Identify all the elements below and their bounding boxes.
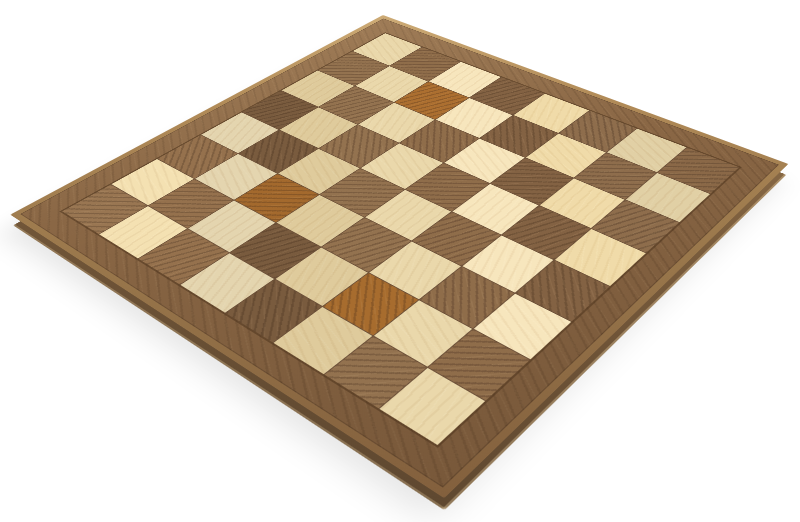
board-square-r7c6 <box>324 336 426 408</box>
board-square-r4c6 <box>462 235 553 292</box>
board-square-r6c6 <box>374 300 472 367</box>
chess-board <box>10 15 788 498</box>
board-square-r7c4 <box>225 279 321 342</box>
board-square-r4c5 <box>412 212 500 266</box>
board-square-r6c4 <box>275 247 367 306</box>
board-square-r7c5 <box>273 307 372 374</box>
board-square-r5c7 <box>474 293 572 359</box>
board-square-r7c1 <box>99 206 187 258</box>
board-square-r6c2 <box>189 201 276 253</box>
board-square-r6c3 <box>231 223 321 278</box>
product-photo-stage <box>0 0 800 522</box>
board-square-r7c2 <box>139 229 229 285</box>
board-square-r4c4 <box>365 189 451 240</box>
board-bevel <box>10 15 788 498</box>
board-square-r6c5 <box>323 273 418 335</box>
board-square-r4c7 <box>516 260 610 321</box>
board-square-r2c7 <box>592 200 679 253</box>
board-squares-grid <box>62 33 739 445</box>
board-square-r5c6 <box>420 266 515 328</box>
board-square-r5c4 <box>322 217 411 271</box>
board-square-r7c3 <box>181 253 274 312</box>
board-square-r2c6 <box>539 178 624 228</box>
board-square-r5c3 <box>277 195 364 246</box>
board-square-r7c7 <box>379 368 485 445</box>
board-square-r5c5 <box>369 241 461 299</box>
board-square-r3c7 <box>555 229 645 286</box>
board-square-r3c5 <box>453 184 538 234</box>
board-square-r3c6 <box>502 206 590 259</box>
board-square-r6c7 <box>428 329 530 400</box>
